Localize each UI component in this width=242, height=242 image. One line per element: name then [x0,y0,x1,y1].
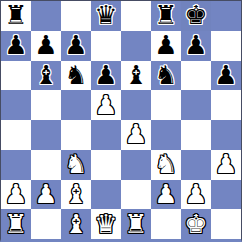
square-a3[interactable] [1,150,31,180]
square-f7[interactable]: ♟ [151,31,181,61]
square-b3[interactable] [31,150,61,180]
square-e8[interactable] [121,1,151,31]
square-h2[interactable] [211,180,241,210]
chess-board: ♜♛♜♚♟♟♟♟♟♝♞♟♝♞♟♟♟♞♞♟♟♟♝♟♟♜♝♛♜♚ [1,1,241,239]
square-g2[interactable]: ♟ [181,180,211,210]
square-d5[interactable]: ♟ [91,90,121,120]
square-g6[interactable] [181,61,211,91]
square-c5[interactable] [61,90,91,120]
square-d3[interactable] [91,150,121,180]
piece-white-knight: ♞ [154,150,177,179]
square-h1[interactable] [211,209,241,239]
square-c3[interactable]: ♞ [61,150,91,180]
square-d4[interactable] [91,120,121,150]
square-a6[interactable] [1,61,31,91]
square-d8[interactable]: ♛ [91,1,121,31]
square-e1[interactable]: ♜ [121,209,151,239]
square-f1[interactable] [151,209,181,239]
square-f2[interactable]: ♟ [151,180,181,210]
square-e4[interactable]: ♟ [121,120,151,150]
piece-black-queen: ♛ [94,1,117,30]
square-f8[interactable]: ♜ [151,1,181,31]
piece-white-pawn: ♟ [124,120,147,149]
piece-white-pawn: ♟ [34,180,57,209]
square-c8[interactable] [61,1,91,31]
piece-white-knight: ♞ [64,150,87,179]
square-e3[interactable] [121,150,151,180]
square-f4[interactable] [151,120,181,150]
square-b6[interactable]: ♝ [31,61,61,91]
square-c6[interactable]: ♞ [61,61,91,91]
square-f5[interactable] [151,90,181,120]
piece-black-pawn: ♟ [34,31,57,60]
piece-black-pawn: ♟ [4,31,27,60]
square-c1[interactable]: ♝ [61,209,91,239]
square-d1[interactable]: ♛ [91,209,121,239]
square-b8[interactable] [31,1,61,31]
piece-white-queen: ♛ [94,210,117,239]
square-d7[interactable] [91,31,121,61]
square-e6[interactable]: ♝ [121,61,151,91]
square-a7[interactable]: ♟ [1,31,31,61]
piece-black-pawn: ♟ [154,31,177,60]
square-g3[interactable] [181,150,211,180]
square-e5[interactable] [121,90,151,120]
square-b2[interactable]: ♟ [31,180,61,210]
piece-white-bishop: ♝ [64,210,87,239]
square-h5[interactable] [211,90,241,120]
piece-black-knight: ♞ [154,61,177,90]
square-h6[interactable]: ♟ [211,61,241,91]
square-c7[interactable]: ♟ [61,31,91,61]
piece-white-rook: ♜ [124,210,147,239]
square-a1[interactable]: ♜ [1,209,31,239]
piece-white-rook: ♜ [4,210,27,239]
square-a4[interactable] [1,120,31,150]
square-b7[interactable]: ♟ [31,31,61,61]
piece-black-king: ♚ [184,1,207,30]
square-c4[interactable] [61,120,91,150]
chess-board-frame: ♜♛♜♚♟♟♟♟♟♝♞♟♝♞♟♟♟♞♞♟♟♟♝♟♟♜♝♛♜♚ [0,0,242,242]
square-g4[interactable] [181,120,211,150]
piece-black-knight: ♞ [64,61,87,90]
square-h7[interactable] [211,31,241,61]
square-g8[interactable]: ♚ [181,1,211,31]
square-a8[interactable]: ♜ [1,1,31,31]
square-f6[interactable]: ♞ [151,61,181,91]
square-a2[interactable]: ♟ [1,180,31,210]
piece-black-rook: ♜ [4,1,27,30]
square-b4[interactable] [31,120,61,150]
piece-white-bishop: ♝ [64,180,87,209]
square-h4[interactable] [211,120,241,150]
piece-black-pawn: ♟ [64,31,87,60]
piece-white-king: ♚ [184,210,207,239]
piece-white-pawn: ♟ [4,180,27,209]
piece-black-pawn: ♟ [214,61,237,90]
piece-black-bishop: ♝ [124,61,147,90]
square-g5[interactable] [181,90,211,120]
square-g7[interactable]: ♟ [181,31,211,61]
square-g1[interactable]: ♚ [181,209,211,239]
piece-white-pawn: ♟ [154,180,177,209]
square-h3[interactable]: ♟ [211,150,241,180]
piece-black-pawn: ♟ [184,31,207,60]
square-a5[interactable] [1,90,31,120]
square-b1[interactable] [31,209,61,239]
square-h8[interactable] [211,1,241,31]
piece-black-bishop: ♝ [34,61,57,90]
square-e7[interactable] [121,31,151,61]
piece-black-pawn: ♟ [94,61,117,90]
square-d2[interactable] [91,180,121,210]
square-f3[interactable]: ♞ [151,150,181,180]
square-d6[interactable]: ♟ [91,61,121,91]
piece-white-pawn: ♟ [214,150,237,179]
piece-white-pawn: ♟ [94,91,117,120]
piece-white-pawn: ♟ [184,180,207,209]
square-e2[interactable] [121,180,151,210]
square-c2[interactable]: ♝ [61,180,91,210]
square-b5[interactable] [31,90,61,120]
piece-black-rook: ♜ [154,1,177,30]
